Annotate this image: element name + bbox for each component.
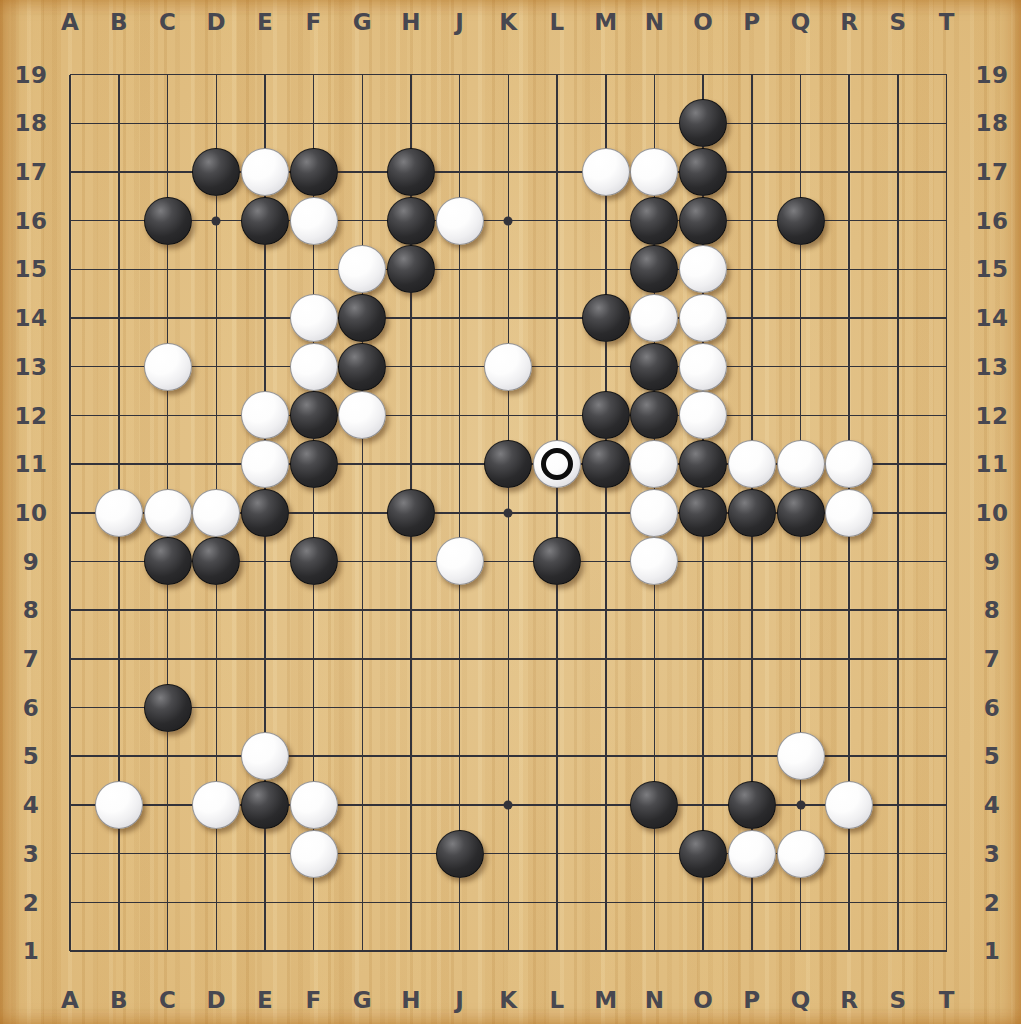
point-N13[interactable] xyxy=(630,342,679,391)
point-P18[interactable] xyxy=(727,99,776,148)
point-F8[interactable] xyxy=(289,586,338,635)
point-L7[interactable] xyxy=(533,635,582,684)
point-K16[interactable] xyxy=(484,196,533,245)
point-K5[interactable] xyxy=(484,732,533,781)
point-E10[interactable] xyxy=(241,488,290,537)
point-E2[interactable] xyxy=(241,878,290,927)
point-O6[interactable] xyxy=(679,683,728,732)
point-F9[interactable] xyxy=(289,537,338,586)
point-C6[interactable] xyxy=(143,683,192,732)
point-B17[interactable] xyxy=(95,148,144,197)
point-K10[interactable] xyxy=(484,488,533,537)
point-S14[interactable] xyxy=(874,294,923,343)
point-M3[interactable] xyxy=(581,829,630,878)
point-F15[interactable] xyxy=(289,245,338,294)
point-F3[interactable] xyxy=(289,829,338,878)
point-O17[interactable] xyxy=(679,148,728,197)
point-O2[interactable] xyxy=(679,878,728,927)
point-K17[interactable] xyxy=(484,148,533,197)
point-Q8[interactable] xyxy=(776,586,825,635)
point-F16[interactable] xyxy=(289,196,338,245)
point-Q19[interactable] xyxy=(776,50,825,99)
point-Q2[interactable] xyxy=(776,878,825,927)
point-L19[interactable] xyxy=(533,50,582,99)
point-J9[interactable] xyxy=(435,537,484,586)
point-G13[interactable] xyxy=(338,342,387,391)
point-R2[interactable] xyxy=(825,878,874,927)
point-J6[interactable] xyxy=(435,683,484,732)
point-H15[interactable] xyxy=(387,245,436,294)
point-A18[interactable] xyxy=(46,99,95,148)
point-Q17[interactable] xyxy=(776,148,825,197)
point-S9[interactable] xyxy=(874,537,923,586)
point-M1[interactable] xyxy=(581,927,630,976)
point-S8[interactable] xyxy=(874,586,923,635)
point-H11[interactable] xyxy=(387,440,436,489)
point-N8[interactable] xyxy=(630,586,679,635)
point-J11[interactable] xyxy=(435,440,484,489)
point-R9[interactable] xyxy=(825,537,874,586)
point-H18[interactable] xyxy=(387,99,436,148)
point-L16[interactable] xyxy=(533,196,582,245)
point-Q4[interactable] xyxy=(776,781,825,830)
point-C18[interactable] xyxy=(143,99,192,148)
point-M6[interactable] xyxy=(581,683,630,732)
point-M4[interactable] xyxy=(581,781,630,830)
point-D16[interactable] xyxy=(192,196,241,245)
point-P15[interactable] xyxy=(727,245,776,294)
point-R4[interactable] xyxy=(825,781,874,830)
point-E7[interactable] xyxy=(241,635,290,684)
point-T12[interactable] xyxy=(922,391,971,440)
point-L11[interactable] xyxy=(533,440,582,489)
point-L10[interactable] xyxy=(533,488,582,537)
point-M8[interactable] xyxy=(581,586,630,635)
point-H2[interactable] xyxy=(387,878,436,927)
point-D5[interactable] xyxy=(192,732,241,781)
point-J8[interactable] xyxy=(435,586,484,635)
point-L9[interactable] xyxy=(533,537,582,586)
point-A19[interactable] xyxy=(46,50,95,99)
point-N9[interactable] xyxy=(630,537,679,586)
point-O11[interactable] xyxy=(679,440,728,489)
point-P5[interactable] xyxy=(727,732,776,781)
point-O1[interactable] xyxy=(679,927,728,976)
point-L14[interactable] xyxy=(533,294,582,343)
point-B16[interactable] xyxy=(95,196,144,245)
point-C16[interactable] xyxy=(143,196,192,245)
point-A14[interactable] xyxy=(46,294,95,343)
point-M14[interactable] xyxy=(581,294,630,343)
point-J19[interactable] xyxy=(435,50,484,99)
point-S3[interactable] xyxy=(874,829,923,878)
point-Q14[interactable] xyxy=(776,294,825,343)
point-L13[interactable] xyxy=(533,342,582,391)
point-G3[interactable] xyxy=(338,829,387,878)
point-J2[interactable] xyxy=(435,878,484,927)
point-T17[interactable] xyxy=(922,148,971,197)
point-M19[interactable] xyxy=(581,50,630,99)
point-O14[interactable] xyxy=(679,294,728,343)
point-T15[interactable] xyxy=(922,245,971,294)
point-K7[interactable] xyxy=(484,635,533,684)
point-C2[interactable] xyxy=(143,878,192,927)
point-T9[interactable] xyxy=(922,537,971,586)
point-L1[interactable] xyxy=(533,927,582,976)
point-M10[interactable] xyxy=(581,488,630,537)
point-D17[interactable] xyxy=(192,148,241,197)
point-H5[interactable] xyxy=(387,732,436,781)
point-E12[interactable] xyxy=(241,391,290,440)
point-T1[interactable] xyxy=(922,927,971,976)
point-J1[interactable] xyxy=(435,927,484,976)
point-J12[interactable] xyxy=(435,391,484,440)
point-E16[interactable] xyxy=(241,196,290,245)
point-F10[interactable] xyxy=(289,488,338,537)
point-D9[interactable] xyxy=(192,537,241,586)
point-F5[interactable] xyxy=(289,732,338,781)
point-L8[interactable] xyxy=(533,586,582,635)
point-P1[interactable] xyxy=(727,927,776,976)
point-E11[interactable] xyxy=(241,440,290,489)
point-A1[interactable] xyxy=(46,927,95,976)
point-J5[interactable] xyxy=(435,732,484,781)
point-R5[interactable] xyxy=(825,732,874,781)
point-R3[interactable] xyxy=(825,829,874,878)
point-H12[interactable] xyxy=(387,391,436,440)
point-G7[interactable] xyxy=(338,635,387,684)
point-L5[interactable] xyxy=(533,732,582,781)
point-A13[interactable] xyxy=(46,342,95,391)
point-L18[interactable] xyxy=(533,99,582,148)
point-N19[interactable] xyxy=(630,50,679,99)
point-T13[interactable] xyxy=(922,342,971,391)
point-S10[interactable] xyxy=(874,488,923,537)
point-E14[interactable] xyxy=(241,294,290,343)
point-S17[interactable] xyxy=(874,148,923,197)
point-F19[interactable] xyxy=(289,50,338,99)
point-C11[interactable] xyxy=(143,440,192,489)
point-A5[interactable] xyxy=(46,732,95,781)
point-K9[interactable] xyxy=(484,537,533,586)
point-M17[interactable] xyxy=(581,148,630,197)
point-C14[interactable] xyxy=(143,294,192,343)
point-R6[interactable] xyxy=(825,683,874,732)
point-O15[interactable] xyxy=(679,245,728,294)
point-C7[interactable] xyxy=(143,635,192,684)
point-G14[interactable] xyxy=(338,294,387,343)
point-F4[interactable] xyxy=(289,781,338,830)
point-H16[interactable] xyxy=(387,196,436,245)
point-H6[interactable] xyxy=(387,683,436,732)
point-T14[interactable] xyxy=(922,294,971,343)
point-J17[interactable] xyxy=(435,148,484,197)
point-N7[interactable] xyxy=(630,635,679,684)
point-E19[interactable] xyxy=(241,50,290,99)
point-S15[interactable] xyxy=(874,245,923,294)
point-O10[interactable] xyxy=(679,488,728,537)
point-R12[interactable] xyxy=(825,391,874,440)
point-B9[interactable] xyxy=(95,537,144,586)
point-F1[interactable] xyxy=(289,927,338,976)
point-S11[interactable] xyxy=(874,440,923,489)
point-T18[interactable] xyxy=(922,99,971,148)
point-D10[interactable] xyxy=(192,488,241,537)
point-A2[interactable] xyxy=(46,878,95,927)
point-J15[interactable] xyxy=(435,245,484,294)
point-N17[interactable] xyxy=(630,148,679,197)
point-C10[interactable] xyxy=(143,488,192,537)
point-R8[interactable] xyxy=(825,586,874,635)
point-C19[interactable] xyxy=(143,50,192,99)
point-O8[interactable] xyxy=(679,586,728,635)
point-M11[interactable] xyxy=(581,440,630,489)
point-H10[interactable] xyxy=(387,488,436,537)
point-S4[interactable] xyxy=(874,781,923,830)
point-B7[interactable] xyxy=(95,635,144,684)
point-E1[interactable] xyxy=(241,927,290,976)
point-G11[interactable] xyxy=(338,440,387,489)
point-D3[interactable] xyxy=(192,829,241,878)
point-C5[interactable] xyxy=(143,732,192,781)
point-P16[interactable] xyxy=(727,196,776,245)
point-K3[interactable] xyxy=(484,829,533,878)
point-B18[interactable] xyxy=(95,99,144,148)
point-H17[interactable] xyxy=(387,148,436,197)
point-A15[interactable] xyxy=(46,245,95,294)
point-N3[interactable] xyxy=(630,829,679,878)
point-G6[interactable] xyxy=(338,683,387,732)
point-C12[interactable] xyxy=(143,391,192,440)
point-N18[interactable] xyxy=(630,99,679,148)
point-B11[interactable] xyxy=(95,440,144,489)
point-T7[interactable] xyxy=(922,635,971,684)
point-Q6[interactable] xyxy=(776,683,825,732)
point-H9[interactable] xyxy=(387,537,436,586)
point-T16[interactable] xyxy=(922,196,971,245)
point-M13[interactable] xyxy=(581,342,630,391)
point-J13[interactable] xyxy=(435,342,484,391)
point-A7[interactable] xyxy=(46,635,95,684)
point-G2[interactable] xyxy=(338,878,387,927)
point-R10[interactable] xyxy=(825,488,874,537)
point-K1[interactable] xyxy=(484,927,533,976)
point-F14[interactable] xyxy=(289,294,338,343)
point-T3[interactable] xyxy=(922,829,971,878)
point-G1[interactable] xyxy=(338,927,387,976)
point-K11[interactable] xyxy=(484,440,533,489)
point-H3[interactable] xyxy=(387,829,436,878)
point-B12[interactable] xyxy=(95,391,144,440)
point-E6[interactable] xyxy=(241,683,290,732)
point-Q5[interactable] xyxy=(776,732,825,781)
point-P8[interactable] xyxy=(727,586,776,635)
point-T8[interactable] xyxy=(922,586,971,635)
point-S16[interactable] xyxy=(874,196,923,245)
point-B8[interactable] xyxy=(95,586,144,635)
point-G5[interactable] xyxy=(338,732,387,781)
point-G17[interactable] xyxy=(338,148,387,197)
point-D13[interactable] xyxy=(192,342,241,391)
point-B1[interactable] xyxy=(95,927,144,976)
point-L15[interactable] xyxy=(533,245,582,294)
point-A8[interactable] xyxy=(46,586,95,635)
point-K2[interactable] xyxy=(484,878,533,927)
point-Q7[interactable] xyxy=(776,635,825,684)
point-P14[interactable] xyxy=(727,294,776,343)
point-D2[interactable] xyxy=(192,878,241,927)
point-B14[interactable] xyxy=(95,294,144,343)
point-E5[interactable] xyxy=(241,732,290,781)
point-N1[interactable] xyxy=(630,927,679,976)
point-D7[interactable] xyxy=(192,635,241,684)
point-O12[interactable] xyxy=(679,391,728,440)
point-F6[interactable] xyxy=(289,683,338,732)
point-R15[interactable] xyxy=(825,245,874,294)
point-R19[interactable] xyxy=(825,50,874,99)
point-S7[interactable] xyxy=(874,635,923,684)
point-N5[interactable] xyxy=(630,732,679,781)
point-H8[interactable] xyxy=(387,586,436,635)
point-E8[interactable] xyxy=(241,586,290,635)
point-J4[interactable] xyxy=(435,781,484,830)
point-D15[interactable] xyxy=(192,245,241,294)
point-G10[interactable] xyxy=(338,488,387,537)
point-A6[interactable] xyxy=(46,683,95,732)
point-T4[interactable] xyxy=(922,781,971,830)
point-T2[interactable] xyxy=(922,878,971,927)
point-D18[interactable] xyxy=(192,99,241,148)
point-B19[interactable] xyxy=(95,50,144,99)
point-S2[interactable] xyxy=(874,878,923,927)
point-A3[interactable] xyxy=(46,829,95,878)
point-D4[interactable] xyxy=(192,781,241,830)
point-C13[interactable] xyxy=(143,342,192,391)
point-R13[interactable] xyxy=(825,342,874,391)
point-Q15[interactable] xyxy=(776,245,825,294)
point-N4[interactable] xyxy=(630,781,679,830)
point-F17[interactable] xyxy=(289,148,338,197)
point-D14[interactable] xyxy=(192,294,241,343)
point-C15[interactable] xyxy=(143,245,192,294)
point-L17[interactable] xyxy=(533,148,582,197)
point-R11[interactable] xyxy=(825,440,874,489)
point-P6[interactable] xyxy=(727,683,776,732)
point-K12[interactable] xyxy=(484,391,533,440)
point-C17[interactable] xyxy=(143,148,192,197)
point-P3[interactable] xyxy=(727,829,776,878)
point-S18[interactable] xyxy=(874,99,923,148)
point-O3[interactable] xyxy=(679,829,728,878)
point-N14[interactable] xyxy=(630,294,679,343)
point-O18[interactable] xyxy=(679,99,728,148)
point-G4[interactable] xyxy=(338,781,387,830)
point-T19[interactable] xyxy=(922,50,971,99)
point-K4[interactable] xyxy=(484,781,533,830)
point-G18[interactable] xyxy=(338,99,387,148)
point-K19[interactable] xyxy=(484,50,533,99)
point-H1[interactable] xyxy=(387,927,436,976)
point-J10[interactable] xyxy=(435,488,484,537)
point-N2[interactable] xyxy=(630,878,679,927)
point-D19[interactable] xyxy=(192,50,241,99)
point-F2[interactable] xyxy=(289,878,338,927)
point-B6[interactable] xyxy=(95,683,144,732)
point-S19[interactable] xyxy=(874,50,923,99)
point-E3[interactable] xyxy=(241,829,290,878)
point-C1[interactable] xyxy=(143,927,192,976)
point-G16[interactable] xyxy=(338,196,387,245)
point-D6[interactable] xyxy=(192,683,241,732)
point-O19[interactable] xyxy=(679,50,728,99)
point-K18[interactable] xyxy=(484,99,533,148)
point-D8[interactable] xyxy=(192,586,241,635)
point-Q12[interactable] xyxy=(776,391,825,440)
point-F13[interactable] xyxy=(289,342,338,391)
point-D1[interactable] xyxy=(192,927,241,976)
point-N16[interactable] xyxy=(630,196,679,245)
point-G8[interactable] xyxy=(338,586,387,635)
point-J18[interactable] xyxy=(435,99,484,148)
point-H13[interactable] xyxy=(387,342,436,391)
point-Q18[interactable] xyxy=(776,99,825,148)
point-E13[interactable] xyxy=(241,342,290,391)
point-O13[interactable] xyxy=(679,342,728,391)
point-M5[interactable] xyxy=(581,732,630,781)
point-P4[interactable] xyxy=(727,781,776,830)
point-Q11[interactable] xyxy=(776,440,825,489)
point-B10[interactable] xyxy=(95,488,144,537)
point-L6[interactable] xyxy=(533,683,582,732)
point-K14[interactable] xyxy=(484,294,533,343)
point-C9[interactable] xyxy=(143,537,192,586)
point-D11[interactable] xyxy=(192,440,241,489)
point-M15[interactable] xyxy=(581,245,630,294)
point-D12[interactable] xyxy=(192,391,241,440)
point-P10[interactable] xyxy=(727,488,776,537)
point-G9[interactable] xyxy=(338,537,387,586)
point-B15[interactable] xyxy=(95,245,144,294)
point-B2[interactable] xyxy=(95,878,144,927)
point-L4[interactable] xyxy=(533,781,582,830)
point-S13[interactable] xyxy=(874,342,923,391)
point-M16[interactable] xyxy=(581,196,630,245)
point-Q16[interactable] xyxy=(776,196,825,245)
point-B4[interactable] xyxy=(95,781,144,830)
point-T5[interactable] xyxy=(922,732,971,781)
point-A16[interactable] xyxy=(46,196,95,245)
point-G19[interactable] xyxy=(338,50,387,99)
point-T11[interactable] xyxy=(922,440,971,489)
point-E18[interactable] xyxy=(241,99,290,148)
point-E17[interactable] xyxy=(241,148,290,197)
point-A11[interactable] xyxy=(46,440,95,489)
point-O16[interactable] xyxy=(679,196,728,245)
point-G15[interactable] xyxy=(338,245,387,294)
point-T10[interactable] xyxy=(922,488,971,537)
point-K6[interactable] xyxy=(484,683,533,732)
point-L3[interactable] xyxy=(533,829,582,878)
point-K15[interactable] xyxy=(484,245,533,294)
point-J14[interactable] xyxy=(435,294,484,343)
point-R16[interactable] xyxy=(825,196,874,245)
point-R18[interactable] xyxy=(825,99,874,148)
point-K13[interactable] xyxy=(484,342,533,391)
point-J3[interactable] xyxy=(435,829,484,878)
point-F7[interactable] xyxy=(289,635,338,684)
point-O9[interactable] xyxy=(679,537,728,586)
point-P2[interactable] xyxy=(727,878,776,927)
